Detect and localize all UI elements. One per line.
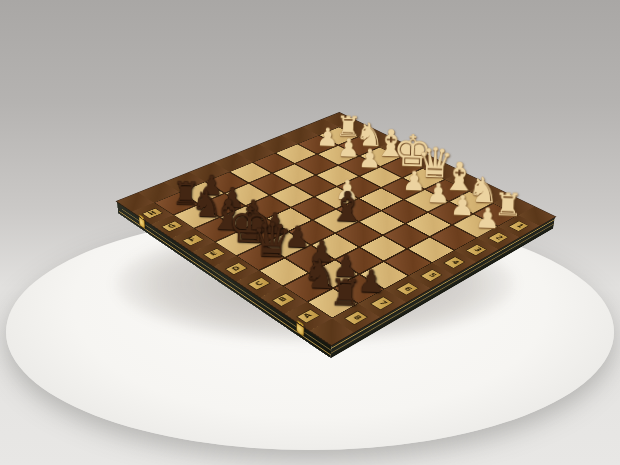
rank-label-5: 5 xyxy=(420,269,443,282)
rank-label-2: 2 xyxy=(487,232,509,244)
chess-scene: H♜♟♟♜G♞♟♟♞F♝♟♟♝E♚♟♟♚D♛♟♝♟♛C♟♟♝B♞♟♟♞A♜♟♟♜… xyxy=(176,49,497,370)
rank-label-1: 1 xyxy=(508,221,529,232)
rank-label-3: 3 xyxy=(466,244,488,256)
piece-white-king-e1: ♚ xyxy=(392,129,432,174)
square-a3 xyxy=(430,225,477,250)
file-label-F: F xyxy=(182,234,205,246)
rank-label-7: 7 xyxy=(370,296,394,310)
rank-label-6: 6 xyxy=(395,282,419,296)
file-label-B: B xyxy=(271,293,295,307)
file-label-H: H xyxy=(142,208,164,219)
file-label-C: C xyxy=(247,277,271,290)
rank-label-8: 8 xyxy=(344,310,369,325)
file-label-G: G xyxy=(161,221,183,232)
file-label-D: D xyxy=(225,262,249,275)
rank-label-4: 4 xyxy=(443,256,466,269)
file-label-E: E xyxy=(203,248,226,260)
